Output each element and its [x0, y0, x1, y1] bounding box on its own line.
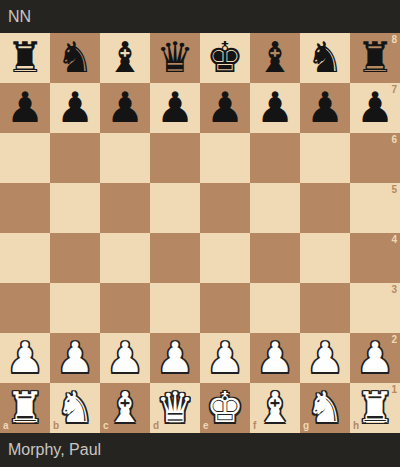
square-c1[interactable]: ♝c	[100, 383, 150, 433]
piece-white-queen[interactable]: ♛	[156, 383, 194, 433]
piece-black-rook[interactable]: ♜	[356, 33, 394, 83]
coord-rank-8: 8	[391, 35, 397, 45]
square-d1[interactable]: ♛d	[150, 383, 200, 433]
coord-file-a: a	[3, 421, 9, 431]
square-f3[interactable]	[250, 283, 300, 333]
square-a8[interactable]: ♜	[0, 33, 50, 83]
square-b1[interactable]: ♞b	[50, 383, 100, 433]
square-h2[interactable]: ♟2	[350, 333, 400, 383]
player-bottom-name: Morphy, Paul	[8, 441, 101, 459]
piece-black-pawn[interactable]: ♟	[356, 83, 394, 133]
coord-file-d: d	[153, 421, 159, 431]
piece-white-knight[interactable]: ♞	[56, 383, 94, 433]
piece-black-pawn[interactable]: ♟	[56, 83, 94, 133]
piece-black-queen[interactable]: ♛	[156, 33, 194, 83]
piece-white-pawn[interactable]: ♟	[306, 333, 344, 383]
square-a3[interactable]	[0, 283, 50, 333]
piece-white-rook[interactable]: ♜	[356, 383, 394, 433]
square-e4[interactable]	[200, 233, 250, 283]
piece-white-pawn[interactable]: ♟	[56, 333, 94, 383]
square-g5[interactable]	[300, 183, 350, 233]
square-b2[interactable]: ♟	[50, 333, 100, 383]
square-e3[interactable]	[200, 283, 250, 333]
piece-white-pawn[interactable]: ♟	[256, 333, 294, 383]
piece-black-rook[interactable]: ♜	[6, 33, 44, 83]
square-f7[interactable]: ♟	[250, 83, 300, 133]
square-f8[interactable]: ♝	[250, 33, 300, 83]
square-h3[interactable]: 3	[350, 283, 400, 333]
square-g3[interactable]	[300, 283, 350, 333]
chess-app: NN ♜♞♝♛♚♝♞♜8♟♟♟♟♟♟♟♟76543♟♟♟♟♟♟♟♟2♜a♞b♝c…	[0, 0, 400, 467]
piece-black-king[interactable]: ♚	[206, 33, 244, 83]
square-a7[interactable]: ♟	[0, 83, 50, 133]
square-b7[interactable]: ♟	[50, 83, 100, 133]
piece-black-pawn[interactable]: ♟	[206, 83, 244, 133]
piece-black-knight[interactable]: ♞	[306, 33, 344, 83]
piece-white-rook[interactable]: ♜	[6, 383, 44, 433]
square-b5[interactable]	[50, 183, 100, 233]
square-g1[interactable]: ♞g	[300, 383, 350, 433]
coord-file-g: g	[303, 421, 309, 431]
piece-white-knight[interactable]: ♞	[306, 383, 344, 433]
coord-rank-7: 7	[391, 85, 397, 95]
square-g8[interactable]: ♞	[300, 33, 350, 83]
square-c7[interactable]: ♟	[100, 83, 150, 133]
piece-white-bishop[interactable]: ♝	[106, 383, 144, 433]
coord-rank-3: 3	[391, 285, 397, 295]
piece-black-bishop[interactable]: ♝	[106, 33, 144, 83]
square-a4[interactable]	[0, 233, 50, 283]
square-h6[interactable]: 6	[350, 133, 400, 183]
coord-file-h: h	[353, 421, 359, 431]
square-g2[interactable]: ♟	[300, 333, 350, 383]
coord-file-f: f	[253, 421, 256, 431]
square-f2[interactable]: ♟	[250, 333, 300, 383]
piece-white-pawn[interactable]: ♟	[106, 333, 144, 383]
coord-rank-4: 4	[391, 235, 397, 245]
square-a1[interactable]: ♜a	[0, 383, 50, 433]
square-c8[interactable]: ♝	[100, 33, 150, 83]
piece-black-pawn[interactable]: ♟	[106, 83, 144, 133]
piece-white-pawn[interactable]: ♟	[356, 333, 394, 383]
square-d6[interactable]	[150, 133, 200, 183]
square-a6[interactable]	[0, 133, 50, 183]
square-a2[interactable]: ♟	[0, 333, 50, 383]
piece-white-pawn[interactable]: ♟	[156, 333, 194, 383]
square-f6[interactable]	[250, 133, 300, 183]
square-h8[interactable]: ♜8	[350, 33, 400, 83]
square-e6[interactable]	[200, 133, 250, 183]
square-c3[interactable]	[100, 283, 150, 333]
player-top-bar: NN	[0, 0, 400, 33]
square-g7[interactable]: ♟	[300, 83, 350, 133]
square-e1[interactable]: ♚e	[200, 383, 250, 433]
square-b3[interactable]	[50, 283, 100, 333]
piece-white-king[interactable]: ♚	[206, 383, 244, 433]
square-h7[interactable]: ♟7	[350, 83, 400, 133]
square-d8[interactable]: ♛	[150, 33, 200, 83]
player-top-name: NN	[8, 8, 31, 26]
square-g4[interactable]	[300, 233, 350, 283]
piece-white-pawn[interactable]: ♟	[6, 333, 44, 383]
square-g6[interactable]	[300, 133, 350, 183]
square-h1[interactable]: ♜1h	[350, 383, 400, 433]
square-c5[interactable]	[100, 183, 150, 233]
square-b8[interactable]: ♞	[50, 33, 100, 83]
square-h5[interactable]: 5	[350, 183, 400, 233]
square-b6[interactable]	[50, 133, 100, 183]
square-d5[interactable]	[150, 183, 200, 233]
square-c2[interactable]: ♟	[100, 333, 150, 383]
coord-file-e: e	[203, 421, 209, 431]
piece-white-bishop[interactable]: ♝	[256, 383, 294, 433]
coord-rank-2: 2	[391, 335, 397, 345]
square-f4[interactable]	[250, 233, 300, 283]
square-e8[interactable]: ♚	[200, 33, 250, 83]
square-h4[interactable]: 4	[350, 233, 400, 283]
piece-black-pawn[interactable]: ♟	[6, 83, 44, 133]
piece-black-pawn[interactable]: ♟	[306, 83, 344, 133]
coord-file-c: c	[103, 421, 109, 431]
square-a5[interactable]	[0, 183, 50, 233]
square-c6[interactable]	[100, 133, 150, 183]
piece-black-knight[interactable]: ♞	[56, 33, 94, 83]
square-d2[interactable]: ♟	[150, 333, 200, 383]
square-f1[interactable]: ♝f	[250, 383, 300, 433]
coord-rank-1: 1	[391, 385, 397, 395]
square-d4[interactable]	[150, 233, 200, 283]
player-bottom-bar: Morphy, Paul	[0, 433, 400, 467]
piece-black-pawn[interactable]: ♟	[256, 83, 294, 133]
square-e2[interactable]: ♟	[200, 333, 250, 383]
piece-black-pawn[interactable]: ♟	[156, 83, 194, 133]
square-d7[interactable]: ♟	[150, 83, 200, 133]
square-c4[interactable]	[100, 233, 150, 283]
piece-white-pawn[interactable]: ♟	[206, 333, 244, 383]
square-d3[interactable]	[150, 283, 200, 333]
square-e5[interactable]	[200, 183, 250, 233]
square-b4[interactable]	[50, 233, 100, 283]
chess-board: ♜♞♝♛♚♝♞♜8♟♟♟♟♟♟♟♟76543♟♟♟♟♟♟♟♟2♜a♞b♝c♛d♚…	[0, 33, 400, 433]
coord-rank-6: 6	[391, 135, 397, 145]
coord-file-b: b	[53, 421, 59, 431]
coord-rank-5: 5	[391, 185, 397, 195]
square-f5[interactable]	[250, 183, 300, 233]
square-e7[interactable]: ♟	[200, 83, 250, 133]
piece-black-bishop[interactable]: ♝	[256, 33, 294, 83]
